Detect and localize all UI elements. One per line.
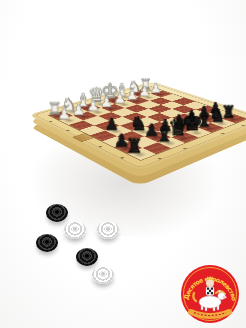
piece-white-pawn-h2: ♟ <box>150 82 162 95</box>
checker-piece-white <box>64 221 86 239</box>
piece-black-rook-a8: ♜ <box>126 137 143 156</box>
frame-dot <box>220 133 225 135</box>
piece-white-pawn-a2: ♟ <box>58 107 72 122</box>
piece-white-pawn-c2: ♟ <box>87 99 100 114</box>
checker-piece-white <box>92 266 114 284</box>
frame-dot <box>49 121 53 123</box>
frame-dot <box>183 148 188 150</box>
board-3d-scene: ♜♟♟♜♞♟♟♞♝♟♟♝♚♟♟♚♛♟♟♛♝♟♞♟♝♞♟♟♜♟♟♜ <box>62 32 232 202</box>
piece-white-pawn-b2: ♟ <box>72 103 86 118</box>
brand-badge: Десятое королевство <box>179 263 241 325</box>
piece-white-pawn-g2: ♟ <box>139 85 151 99</box>
frame-dot <box>120 157 125 159</box>
piece-white-pawn-d2: ♟ <box>101 95 114 109</box>
checker-piece-black <box>76 248 98 266</box>
frame-dot <box>157 158 162 160</box>
product-photo: ♜♟♟♜♞♟♟♞♝♟♟♝♚♟♟♚♛♟♟♛♝♟♞♟♝♞♟♟♜♟♟♜ Десятое… <box>0 0 246 328</box>
piece-white-pawn-e2: ♟ <box>114 92 127 106</box>
frame-dot <box>241 125 245 127</box>
frame-dot <box>66 130 70 132</box>
piece-black-bishop-c8: ♝ <box>155 123 174 145</box>
frame-dot <box>98 146 103 148</box>
piece-white-pawn-f2: ♟ <box>126 88 138 102</box>
checker-piece-white <box>97 221 119 239</box>
checker-piece-black <box>46 204 68 222</box>
checker-piece-black <box>36 234 58 252</box>
